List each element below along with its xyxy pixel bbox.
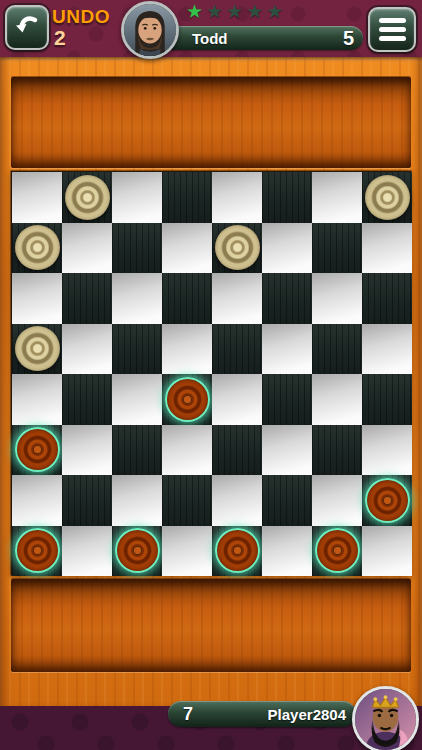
square-r1c0[interactable] (12, 223, 62, 274)
square-r4c4[interactable] (212, 374, 262, 425)
undo-label: UNDO (52, 6, 110, 28)
square-r6c7[interactable] (362, 475, 412, 526)
square-r7c5[interactable] (262, 526, 312, 577)
square-r5c1[interactable] (62, 425, 112, 476)
square-r6c4[interactable] (212, 475, 262, 526)
square-r2c4[interactable] (212, 273, 262, 324)
square-r2c1[interactable] (62, 273, 112, 324)
square-r6c6[interactable] (312, 475, 362, 526)
square-r7c7[interactable] (362, 526, 412, 577)
square-r7c6[interactable] (312, 526, 362, 577)
square-r1c4[interactable] (212, 223, 262, 274)
square-r2c2[interactable] (112, 273, 162, 324)
wood-frame (0, 57, 422, 708)
player-score: 7 (168, 704, 193, 725)
square-r3c2[interactable] (112, 324, 162, 375)
square-r3c4[interactable] (212, 324, 262, 375)
square-r0c6[interactable] (312, 172, 362, 223)
square-r4c5[interactable] (262, 374, 312, 425)
captured-pieces-tray-top (11, 77, 411, 168)
square-r6c0[interactable] (12, 475, 62, 526)
white-checker-piece[interactable] (15, 326, 60, 371)
square-r1c3[interactable] (162, 223, 212, 274)
square-r3c7[interactable] (362, 324, 412, 375)
opponent-pill: Todd 5 (166, 26, 363, 50)
white-checker-piece[interactable] (65, 175, 110, 220)
square-r3c3[interactable] (162, 324, 212, 375)
square-r3c6[interactable] (312, 324, 362, 375)
square-r7c3[interactable] (162, 526, 212, 577)
star-icon: ★ (266, 1, 283, 23)
captured-pieces-tray-bottom (11, 579, 411, 672)
white-checker-piece[interactable] (365, 175, 410, 220)
player-avatar[interactable] (352, 686, 419, 750)
square-r0c1[interactable] (62, 172, 112, 223)
hamburger-icon (379, 18, 406, 41)
square-r6c3[interactable] (162, 475, 212, 526)
red-checker-piece[interactable] (215, 528, 260, 573)
square-r1c2[interactable] (112, 223, 162, 274)
square-r4c7[interactable] (362, 374, 412, 425)
red-checker-piece[interactable] (115, 528, 160, 573)
square-r7c2[interactable] (112, 526, 162, 577)
square-r0c0[interactable] (12, 172, 62, 223)
square-r5c4[interactable] (212, 425, 262, 476)
red-checker-piece[interactable] (15, 427, 60, 472)
square-r0c3[interactable] (162, 172, 212, 223)
square-r3c1[interactable] (62, 324, 112, 375)
star-icon: ★ (206, 1, 223, 23)
star-icon: ★ (246, 1, 263, 23)
square-r6c2[interactable] (112, 475, 162, 526)
square-r1c1[interactable] (62, 223, 112, 274)
square-r6c5[interactable] (262, 475, 312, 526)
square-r0c2[interactable] (112, 172, 162, 223)
square-r5c0[interactable] (12, 425, 62, 476)
white-checker-piece[interactable] (215, 225, 260, 270)
checkers-app: UNDO 2 ★★★★★ Todd 5 (0, 0, 422, 750)
opponent-name: Todd (166, 30, 343, 47)
square-r4c2[interactable] (112, 374, 162, 425)
square-r0c5[interactable] (262, 172, 312, 223)
square-r2c7[interactable] (362, 273, 412, 324)
square-r3c5[interactable] (262, 324, 312, 375)
square-r7c1[interactable] (62, 526, 112, 577)
undo-arrow-icon (13, 12, 41, 44)
board (11, 171, 411, 575)
white-checker-piece[interactable] (15, 225, 60, 270)
square-r1c5[interactable] (262, 223, 312, 274)
opponent-avatar[interactable] (121, 1, 179, 59)
square-r4c0[interactable] (12, 374, 62, 425)
star-icon: ★ (226, 1, 243, 23)
top-bar: UNDO 2 ★★★★★ Todd 5 (0, 0, 422, 57)
square-r2c3[interactable] (162, 273, 212, 324)
square-r4c6[interactable] (312, 374, 362, 425)
square-r2c5[interactable] (262, 273, 312, 324)
player-pill: 7 Player2804 (168, 701, 356, 727)
star-rating: ★★★★★ (186, 1, 283, 23)
square-r7c4[interactable] (212, 526, 262, 577)
square-r5c7[interactable] (362, 425, 412, 476)
square-r5c2[interactable] (112, 425, 162, 476)
red-checker-piece[interactable] (165, 377, 210, 422)
square-r5c5[interactable] (262, 425, 312, 476)
square-r2c6[interactable] (312, 273, 362, 324)
square-r4c3[interactable] (162, 374, 212, 425)
square-r4c1[interactable] (62, 374, 112, 425)
square-r7c0[interactable] (12, 526, 62, 577)
red-checker-piece[interactable] (315, 528, 360, 573)
red-checker-piece[interactable] (365, 478, 410, 523)
square-r2c0[interactable] (12, 273, 62, 324)
square-r0c7[interactable] (362, 172, 412, 223)
undo-count: 2 (54, 26, 66, 50)
square-r5c6[interactable] (312, 425, 362, 476)
red-checker-piece[interactable] (15, 528, 60, 573)
square-r1c7[interactable] (362, 223, 412, 274)
square-r6c1[interactable] (62, 475, 112, 526)
square-r3c0[interactable] (12, 324, 62, 375)
undo-button[interactable] (5, 5, 49, 50)
square-r5c3[interactable] (162, 425, 212, 476)
player-name: Player2804 (193, 706, 356, 723)
menu-button[interactable] (368, 7, 416, 52)
square-r1c6[interactable] (312, 223, 362, 274)
star-icon: ★ (186, 1, 203, 23)
opponent-score: 5 (343, 27, 363, 50)
square-r0c4[interactable] (212, 172, 262, 223)
